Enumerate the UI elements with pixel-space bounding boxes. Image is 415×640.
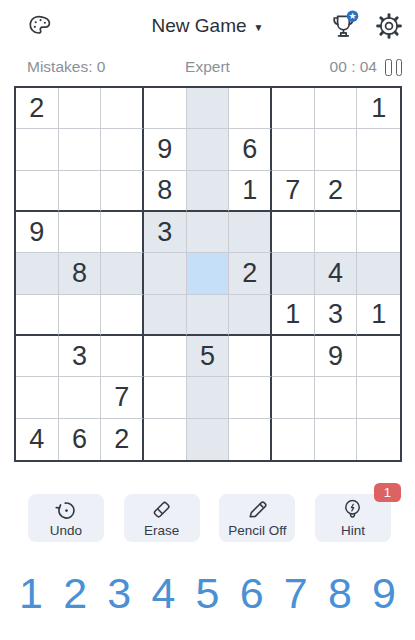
cell-r9c3[interactable]: 2 — [101, 419, 144, 460]
cell-r3c2[interactable] — [59, 171, 102, 212]
cell-r7c9[interactable] — [357, 336, 400, 377]
cell-r3c5[interactable] — [187, 171, 230, 212]
cell-r1c4[interactable] — [144, 88, 187, 129]
cell-r8c9[interactable] — [357, 377, 400, 418]
undo-button[interactable]: Undo — [28, 494, 104, 542]
number-pad: 123456789 — [0, 568, 415, 618]
status-bar: Mistakes: 0 Expert 00 : 04 — [0, 56, 415, 78]
cell-r6c6[interactable] — [229, 295, 272, 336]
cell-r3c3[interactable] — [101, 171, 144, 212]
cell-r2c1[interactable] — [16, 129, 59, 170]
trophy-icon[interactable]: ★ — [328, 10, 360, 42]
cell-r1c7[interactable] — [272, 88, 315, 129]
undo-icon — [28, 497, 104, 522]
cell-r9c2[interactable]: 6 — [59, 419, 102, 460]
difficulty-label: Expert — [185, 58, 230, 76]
cell-r6c7[interactable]: 1 — [272, 295, 315, 336]
cell-r9c4[interactable] — [144, 419, 187, 460]
sudoku-app: New Game ▼ ★ — [0, 8, 415, 640]
cell-r2c7[interactable] — [272, 129, 315, 170]
cell-r9c6[interactable] — [229, 419, 272, 460]
numpad-digit-8[interactable]: 8 — [328, 568, 352, 618]
cell-r5c7[interactable] — [272, 253, 315, 294]
cell-r4c8[interactable] — [315, 212, 358, 253]
cell-r5c4[interactable] — [144, 253, 187, 294]
cell-r1c2[interactable] — [59, 88, 102, 129]
cell-r5c3[interactable] — [101, 253, 144, 294]
numpad-digit-6[interactable]: 6 — [240, 568, 264, 618]
cell-r4c2[interactable] — [59, 212, 102, 253]
cell-r5c8[interactable]: 4 — [315, 253, 358, 294]
cell-r7c2[interactable]: 3 — [59, 336, 102, 377]
cell-r6c3[interactable] — [101, 295, 144, 336]
cell-r3c4[interactable]: 8 — [144, 171, 187, 212]
cell-r8c6[interactable] — [229, 377, 272, 418]
cell-r8c7[interactable] — [272, 377, 315, 418]
cell-r8c1[interactable] — [16, 377, 59, 418]
cell-r2c4[interactable]: 9 — [144, 129, 187, 170]
cell-r8c2[interactable] — [59, 377, 102, 418]
cell-r1c5[interactable] — [187, 88, 230, 129]
eraser-icon — [124, 497, 200, 522]
pause-icon[interactable] — [385, 59, 402, 76]
cell-r6c9[interactable]: 1 — [357, 295, 400, 336]
cell-r8c4[interactable] — [144, 377, 187, 418]
cell-r1c6[interactable] — [229, 88, 272, 129]
numpad-digit-1[interactable]: 1 — [19, 568, 43, 618]
cell-r9c1[interactable]: 4 — [16, 419, 59, 460]
cell-r2c2[interactable] — [59, 129, 102, 170]
numpad-digit-7[interactable]: 7 — [284, 568, 308, 618]
cell-r9c5[interactable] — [187, 419, 230, 460]
cell-r7c8[interactable]: 9 — [315, 336, 358, 377]
cell-r4c5[interactable] — [187, 212, 230, 253]
cell-r7c4[interactable] — [144, 336, 187, 377]
cell-r6c1[interactable] — [16, 295, 59, 336]
cell-r6c5[interactable] — [187, 295, 230, 336]
erase-button[interactable]: Erase — [124, 494, 200, 542]
cell-r8c3[interactable]: 7 — [101, 377, 144, 418]
toolbar: UndoErasePencil OffHint1 — [0, 494, 415, 542]
tool-label: Hint — [341, 523, 365, 538]
tool-label: Erase — [144, 523, 179, 538]
svg-text:★: ★ — [348, 11, 356, 21]
cell-r6c4[interactable] — [144, 295, 187, 336]
cell-r3c7[interactable]: 7 — [272, 171, 315, 212]
cell-r3c6[interactable]: 1 — [229, 171, 272, 212]
cell-r4c7[interactable] — [272, 212, 315, 253]
cell-r1c1[interactable]: 2 — [16, 88, 59, 129]
palette-icon[interactable] — [26, 12, 54, 40]
page-title: New Game — [152, 15, 247, 37]
top-bar: New Game ▼ ★ — [0, 8, 415, 44]
cell-r8c8[interactable] — [315, 377, 358, 418]
numpad-digit-4[interactable]: 4 — [151, 568, 175, 618]
timer: 00 : 04 — [330, 58, 377, 76]
cell-r4c3[interactable] — [101, 212, 144, 253]
cell-r7c5[interactable]: 5 — [187, 336, 230, 377]
cell-r7c6[interactable] — [229, 336, 272, 377]
cell-r7c3[interactable] — [101, 336, 144, 377]
pencil-icon — [219, 497, 295, 522]
hint-button[interactable]: Hint1 — [315, 494, 391, 542]
cell-r5c9[interactable] — [357, 253, 400, 294]
cell-r9c9[interactable] — [357, 419, 400, 460]
cell-r4c9[interactable] — [357, 212, 400, 253]
cell-r5c5[interactable] — [187, 253, 230, 294]
cell-r5c1[interactable] — [16, 253, 59, 294]
sudoku-board: 21968172938241313597462 — [14, 86, 402, 462]
cell-r2c5[interactable] — [187, 129, 230, 170]
numpad-digit-9[interactable]: 9 — [372, 568, 396, 618]
cell-r1c3[interactable] — [101, 88, 144, 129]
chevron-down-icon: ▼ — [254, 22, 264, 33]
cell-r7c1[interactable] — [16, 336, 59, 377]
cell-r3c1[interactable] — [16, 171, 59, 212]
numpad-digit-3[interactable]: 3 — [107, 568, 131, 618]
cell-r8c5[interactable] — [187, 377, 230, 418]
cell-r5c6[interactable]: 2 — [229, 253, 272, 294]
settings-icon[interactable] — [375, 12, 403, 40]
cell-r9c8[interactable] — [315, 419, 358, 460]
cell-r3c9[interactable] — [357, 171, 400, 212]
cell-r3c8[interactable]: 2 — [315, 171, 358, 212]
cell-r9c7[interactable] — [272, 419, 315, 460]
cell-r6c2[interactable] — [59, 295, 102, 336]
cell-r2c9[interactable] — [357, 129, 400, 170]
cell-r2c8[interactable] — [315, 129, 358, 170]
cell-r5c2[interactable]: 8 — [59, 253, 102, 294]
numpad-digit-5[interactable]: 5 — [196, 568, 220, 618]
cell-r4c6[interactable] — [229, 212, 272, 253]
tool-label: Pencil Off — [228, 523, 286, 538]
hint-count-badge: 1 — [374, 483, 401, 502]
cell-r4c1[interactable]: 9 — [16, 212, 59, 253]
cell-r7c7[interactable] — [272, 336, 315, 377]
cell-r1c8[interactable] — [315, 88, 358, 129]
tool-label: Undo — [50, 523, 82, 538]
cell-r6c8[interactable]: 3 — [315, 295, 358, 336]
cell-r4c4[interactable]: 3 — [144, 212, 187, 253]
pencil-button[interactable]: Pencil Off — [219, 494, 295, 542]
new-game-dropdown[interactable]: New Game ▼ — [152, 15, 264, 37]
cell-r2c6[interactable]: 6 — [229, 129, 272, 170]
numpad-digit-2[interactable]: 2 — [63, 568, 87, 618]
cell-r2c3[interactable] — [101, 129, 144, 170]
mistakes-counter: Mistakes: 0 — [0, 58, 105, 76]
cell-r1c9[interactable]: 1 — [357, 88, 400, 129]
